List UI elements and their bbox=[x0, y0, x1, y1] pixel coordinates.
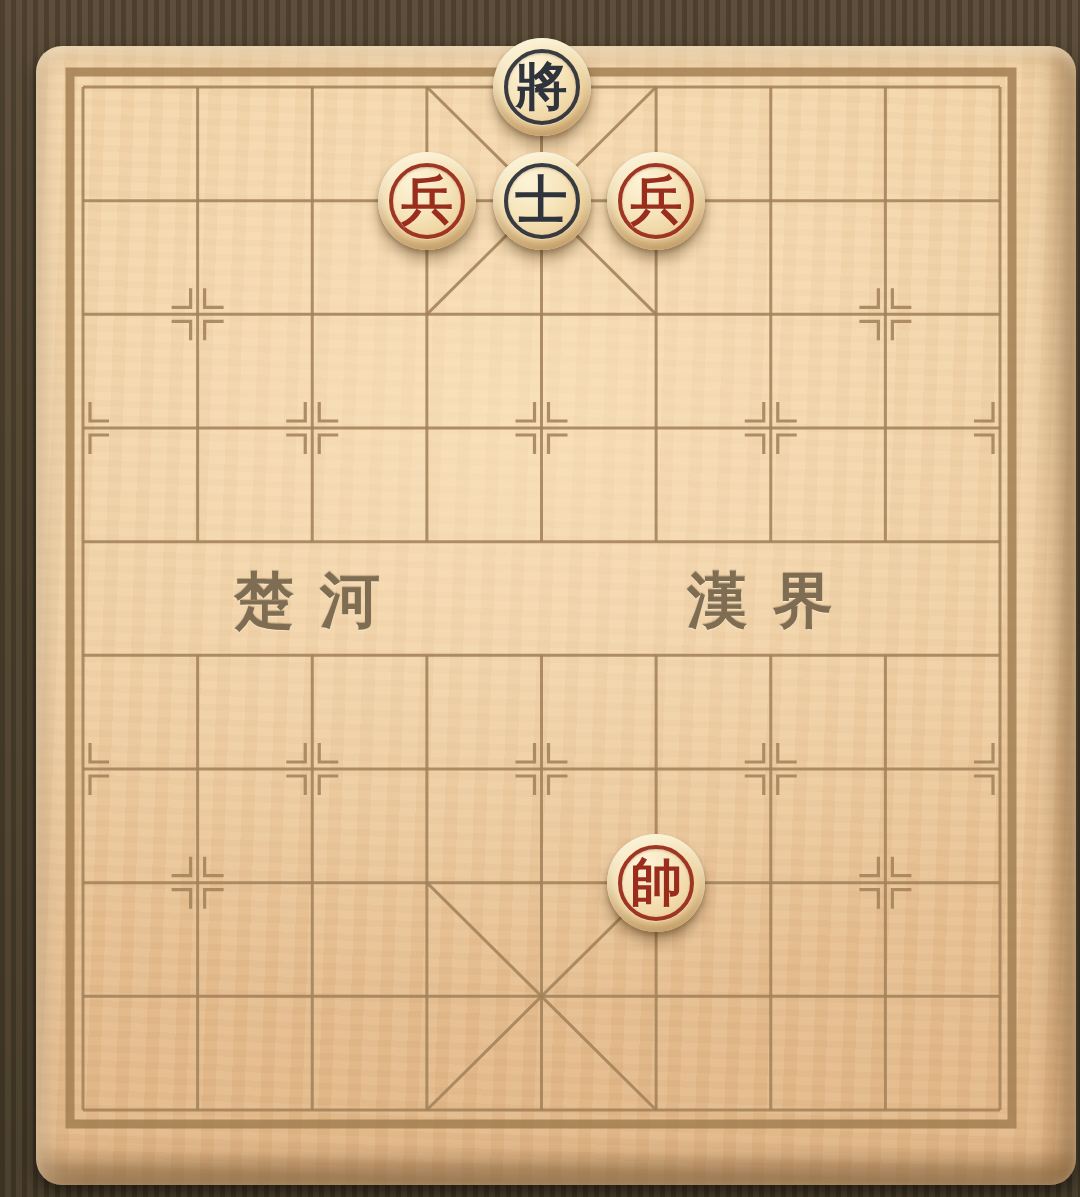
piece-glyph: 將 bbox=[493, 37, 591, 135]
river-label-han-jie: 漢界 bbox=[643, 560, 903, 640]
piece-red-soldier-left[interactable]: 兵 bbox=[378, 152, 476, 250]
piece-glyph: 士 bbox=[493, 151, 591, 249]
piece-red-general[interactable]: 帥 bbox=[607, 834, 705, 932]
piece-glyph: 帥 bbox=[607, 833, 705, 931]
piece-glyph: 兵 bbox=[607, 151, 705, 249]
piece-black-general[interactable]: 將 bbox=[493, 38, 591, 136]
piece-red-soldier-right[interactable]: 兵 bbox=[607, 152, 705, 250]
piece-glyph: 兵 bbox=[378, 151, 476, 249]
xiangqi-app: 楚河 漢界 將兵士兵帥 bbox=[0, 0, 1080, 1197]
river-label-chu-he: 楚河 bbox=[190, 560, 450, 640]
piece-black-advisor[interactable]: 士 bbox=[493, 152, 591, 250]
